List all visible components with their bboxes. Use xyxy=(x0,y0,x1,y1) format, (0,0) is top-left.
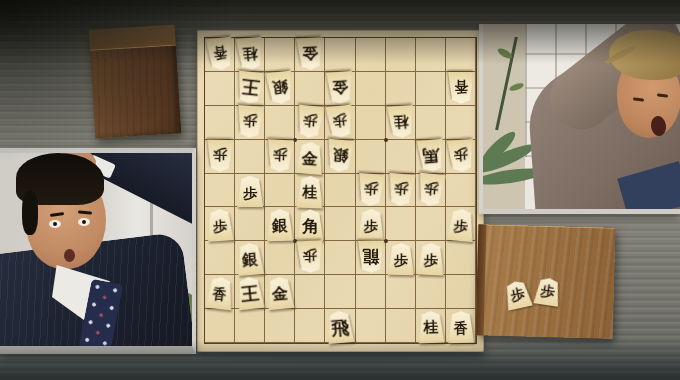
board-cell xyxy=(295,72,325,106)
shogi-piece-p[interactable]: 歩 xyxy=(294,104,327,141)
board-cell xyxy=(295,309,325,343)
piece-kanji: 金 xyxy=(302,150,319,167)
piece-kanji: 歩 xyxy=(453,147,468,162)
piece-kanji: 王 xyxy=(240,77,260,97)
shogi-piece-p[interactable]: 歩 xyxy=(234,105,266,141)
board-cell xyxy=(416,38,446,72)
board-cell xyxy=(235,207,265,241)
piece-body: 銀 xyxy=(236,242,265,276)
piece-kanji: 歩 xyxy=(243,186,257,200)
piece-kanji: 銀 xyxy=(271,78,289,96)
shogi-piece-G[interactable]: 金 xyxy=(294,139,326,175)
piece-kanji: 歩 xyxy=(213,147,227,161)
piece-kanji: 歩 xyxy=(539,282,556,302)
shogi-piece-p[interactable]: 歩 xyxy=(295,241,326,276)
board-cell xyxy=(265,106,295,140)
piece-body: 歩 xyxy=(386,172,416,206)
piece-kanji: 金 xyxy=(302,45,319,62)
piece-kanji: 香 xyxy=(212,45,227,60)
board-cell xyxy=(205,174,235,208)
shogi-piece-P[interactable]: 歩 xyxy=(385,241,416,275)
shogi-piece-L[interactable]: 香 xyxy=(203,274,236,311)
shogi-piece-p[interactable]: 歩 xyxy=(414,172,447,209)
piece-body: 歩 xyxy=(206,209,235,242)
piece-body: 歩 xyxy=(325,104,355,138)
piece-kanji: 歩 xyxy=(273,147,288,162)
piece-body: 桂 xyxy=(235,37,265,71)
piece-kanji: 香 xyxy=(212,286,227,301)
piece-kanji: 歩 xyxy=(243,113,258,128)
board-cell xyxy=(325,38,355,72)
board-cell xyxy=(386,309,416,343)
piece-body: 歩 xyxy=(356,173,385,207)
captured-piece[interactable]: 歩 xyxy=(533,276,563,307)
piece-kanji: 桂 xyxy=(393,113,409,129)
piece-body: 桂 xyxy=(417,311,445,344)
piece-body: 飛 xyxy=(326,310,356,344)
board-cell xyxy=(325,275,355,309)
piece-body: 歩 xyxy=(266,139,295,172)
piece-kanji: 飛 xyxy=(331,318,351,338)
shogi-piece-R[interactable]: 飛 xyxy=(324,308,357,344)
board-cell xyxy=(265,174,295,208)
piece-body: 香 xyxy=(447,311,475,343)
board-cell xyxy=(356,140,386,174)
piece-kanji: 歩 xyxy=(393,181,408,196)
shogi-piece-P[interactable]: 歩 xyxy=(235,174,265,208)
board-cell xyxy=(446,275,476,309)
shogi-piece-promoted-b[interactable]: 馬 xyxy=(414,138,447,174)
shogi-piece-P[interactable]: 歩 xyxy=(444,206,477,242)
piece-kanji: 銀 xyxy=(242,252,259,269)
board-cell xyxy=(386,140,416,174)
piece-body: 角 xyxy=(297,209,324,241)
piece-kanji: 桂 xyxy=(303,185,319,201)
shogi-piece-p[interactable]: 歩 xyxy=(264,139,296,174)
piece-kanji: 歩 xyxy=(333,113,348,128)
board-cell xyxy=(205,309,235,343)
piece-body: 金 xyxy=(296,37,325,70)
board-cell xyxy=(386,275,416,309)
piece-kanji: 歩 xyxy=(424,253,438,267)
shogi-piece-g[interactable]: 金 xyxy=(294,37,326,72)
piece-body: 歩 xyxy=(446,139,475,173)
piece-body: 銀 xyxy=(326,139,356,173)
board-grid: 香桂金王銀金香歩歩歩桂歩歩金銀馬歩歩桂歩歩歩歩銀角歩歩銀歩龍歩歩香王金飛桂香 xyxy=(204,37,477,344)
piece-body: 歩 xyxy=(387,243,415,275)
piece-kanji: 歩 xyxy=(303,249,317,263)
board-cell xyxy=(265,309,295,343)
piece-kanji: 歩 xyxy=(509,284,527,305)
board-cell xyxy=(446,38,476,72)
board-cell xyxy=(356,106,386,140)
board-cell xyxy=(446,106,476,140)
board-cell xyxy=(205,72,235,106)
piece-body: 銀 xyxy=(266,209,294,241)
piece-box xyxy=(89,24,181,138)
piece-body: 王 xyxy=(235,276,265,310)
board-cell xyxy=(356,309,386,343)
piece-kanji: 歩 xyxy=(363,181,378,196)
board-cell xyxy=(446,241,476,275)
piece-kanji: 香 xyxy=(454,321,468,335)
shogi-piece-p[interactable]: 歩 xyxy=(354,173,386,209)
piece-body: 龍 xyxy=(357,241,384,273)
piece-body: 歩 xyxy=(417,243,445,276)
piece-kanji: 銀 xyxy=(332,146,349,163)
piece-body: 金 xyxy=(296,141,325,175)
shogi-piece-n[interactable]: 桂 xyxy=(385,105,417,141)
board-cell xyxy=(325,207,355,241)
shogi-piece-p[interactable]: 歩 xyxy=(205,139,236,173)
shogi-piece-p[interactable]: 歩 xyxy=(445,139,477,175)
piece-kanji: 歩 xyxy=(213,219,228,234)
piece-kanji: 歩 xyxy=(453,219,468,234)
piece-body: 金 xyxy=(326,71,355,105)
board-cell xyxy=(325,174,355,208)
board-cell xyxy=(205,106,235,140)
piece-kanji: 金 xyxy=(332,78,349,95)
player-left-photo xyxy=(0,148,196,354)
board-cell xyxy=(416,72,446,106)
piece-body: 香 xyxy=(205,37,235,71)
piece-body: 歩 xyxy=(356,209,384,242)
shogi-piece-p[interactable]: 歩 xyxy=(384,172,417,208)
piece-body: 金 xyxy=(265,276,295,310)
board-cell xyxy=(416,106,446,140)
shogi-piece-P[interactable]: 歩 xyxy=(204,207,236,242)
piece-body: 歩 xyxy=(296,241,324,274)
board-cell xyxy=(356,72,386,106)
piece-body: 王 xyxy=(235,71,265,105)
piece-kanji: 桂 xyxy=(423,320,439,336)
shogi-piece-P[interactable]: 歩 xyxy=(355,207,386,242)
shogi-piece-g[interactable]: 金 xyxy=(324,71,356,107)
shogi-piece-G[interactable]: 金 xyxy=(264,274,297,310)
shogi-piece-l[interactable]: 香 xyxy=(446,72,476,106)
piece-body: 歩 xyxy=(237,176,264,208)
board-cell xyxy=(386,72,416,106)
board-cell xyxy=(416,207,446,241)
piece-kanji: 歩 xyxy=(394,253,408,267)
board-cell xyxy=(356,275,386,309)
shogi-piece-S[interactable]: 銀 xyxy=(265,207,296,241)
shogi-piece-s[interactable]: 銀 xyxy=(324,138,357,174)
shogi-piece-k[interactable]: 王 xyxy=(233,70,266,107)
piece-body: 歩 xyxy=(533,276,563,307)
shogi-piece-p[interactable]: 歩 xyxy=(324,104,357,141)
left-player-eye xyxy=(49,220,61,228)
board-cell xyxy=(265,241,295,275)
left-player-sideburn xyxy=(22,191,38,235)
shogi-piece-N[interactable]: 桂 xyxy=(415,309,446,344)
komadai-tray: 歩歩 xyxy=(476,224,616,339)
board-cell xyxy=(235,140,265,174)
piece-kanji: 歩 xyxy=(303,113,318,128)
piece-kanji: 香 xyxy=(454,80,468,94)
piece-body: 歩 xyxy=(295,104,325,138)
piece-body: 歩 xyxy=(502,279,533,311)
piece-kanji: 歩 xyxy=(423,181,438,196)
piece-kanji: 龍 xyxy=(362,248,379,265)
piece-kanji: 角 xyxy=(302,218,319,235)
piece-kanji: 歩 xyxy=(363,219,377,233)
shogi-board: 香桂金王銀金香歩歩歩桂歩歩金銀馬歩歩桂歩歩歩歩銀角歩歩銀歩龍歩歩香王金飛桂香 xyxy=(197,30,484,352)
captured-piece[interactable]: 歩 xyxy=(502,279,533,311)
piece-body: 香 xyxy=(447,72,474,104)
shogi-piece-promoted-r[interactable]: 龍 xyxy=(356,241,386,275)
shogi-piece-S[interactable]: 銀 xyxy=(234,240,266,276)
board-cell xyxy=(205,241,235,275)
piece-body: 歩 xyxy=(446,208,476,242)
piece-body: 銀 xyxy=(265,71,295,105)
shogi-piece-s[interactable]: 銀 xyxy=(264,70,297,107)
shogi-piece-L[interactable]: 香 xyxy=(446,309,477,343)
shogi-piece-P[interactable]: 歩 xyxy=(415,241,446,276)
board-cell xyxy=(446,174,476,208)
piece-kanji: 桂 xyxy=(242,45,258,61)
board-cell xyxy=(416,275,446,309)
piece-kanji: 金 xyxy=(272,285,289,302)
board-cell xyxy=(356,38,386,72)
piece-body: 歩 xyxy=(416,172,446,206)
player-right-photo xyxy=(479,24,680,214)
piece-box-lid xyxy=(89,24,176,50)
board-cell xyxy=(265,38,295,72)
left-player-eye xyxy=(78,218,90,226)
piece-kanji: 王 xyxy=(240,284,260,304)
shogi-piece-l[interactable]: 香 xyxy=(203,37,236,74)
board-cell xyxy=(325,241,355,275)
piece-body: 香 xyxy=(205,276,235,310)
piece-body: 歩 xyxy=(236,105,265,139)
piece-body: 歩 xyxy=(206,139,234,171)
board-cell xyxy=(295,275,325,309)
tv-screen: 香桂金王銀金香歩歩歩桂歩歩金銀馬歩歩桂歩歩歩歩銀角歩歩銀歩龍歩歩香王金飛桂香 歩… xyxy=(0,0,680,380)
piece-body: 馬 xyxy=(416,139,446,173)
left-player-mouth xyxy=(64,249,75,262)
shogi-piece-K[interactable]: 王 xyxy=(233,274,266,311)
shogi-piece-B[interactable]: 角 xyxy=(295,207,325,241)
piece-body: 桂 xyxy=(296,175,324,208)
board-cell xyxy=(386,38,416,72)
board-cell xyxy=(386,207,416,241)
shogi-piece-n[interactable]: 桂 xyxy=(234,37,267,73)
komadai-edge xyxy=(476,224,487,335)
board-cell xyxy=(235,309,265,343)
piece-kanji: 馬 xyxy=(421,145,439,163)
piece-kanji: 銀 xyxy=(272,218,288,234)
piece-body: 桂 xyxy=(386,105,415,139)
shogi-piece-N[interactable]: 桂 xyxy=(295,173,326,208)
